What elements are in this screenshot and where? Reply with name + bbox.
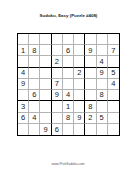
sudoku-cell-r5c9: 4 [108, 79, 119, 90]
sudoku-cell-r5c4: 7 [52, 79, 63, 90]
sudoku-cell-r5c3 [40, 79, 51, 90]
sudoku-cell-r7c9 [108, 101, 119, 112]
printable-sudoku-page: Sudoku, Easy (Puzzle #408) 1869724429597… [0, 0, 136, 176]
sudoku-cell-r8c6: 9 [74, 113, 85, 124]
sudoku-cell-r3c2 [29, 56, 40, 67]
sudoku-cell-r9c1 [18, 124, 29, 135]
sudoku-cell-r4c1: 4 [18, 68, 29, 79]
sudoku-cell-r6c6 [74, 90, 85, 101]
sudoku-cell-r6c9 [108, 90, 119, 101]
sudoku-cell-r8c2: 4 [29, 113, 40, 124]
sudoku-cell-r5c6 [74, 79, 85, 90]
sudoku-cell-r2c2: 8 [29, 45, 40, 56]
sudoku-cell-r2c8 [97, 45, 108, 56]
sudoku-cell-r6c2: 6 [29, 90, 40, 101]
sudoku-cell-r8c1: 6 [18, 113, 29, 124]
sudoku-cell-r1c9 [108, 34, 119, 45]
sudoku-cell-r4c9: 5 [108, 68, 119, 79]
sudoku-cell-r2c7: 9 [85, 45, 96, 56]
sudoku-cell-r8c7: 2 [85, 113, 96, 124]
sudoku-cell-r7c8 [97, 101, 108, 112]
sudoku-cell-r4c2 [29, 68, 40, 79]
sudoku-cell-r7c6 [74, 101, 85, 112]
sudoku-cell-r3c7 [85, 56, 96, 67]
sudoku-cell-r1c5 [63, 34, 74, 45]
sudoku-cell-r3c6 [74, 56, 85, 67]
sudoku-cell-r3c5 [63, 56, 74, 67]
sudoku-cell-r4c8: 9 [97, 68, 108, 79]
sudoku-cell-r5c5 [63, 79, 74, 90]
sudoku-cell-r4c6: 2 [74, 68, 85, 79]
sudoku-cell-r1c2 [29, 34, 40, 45]
sudoku-cell-r3c3 [40, 56, 51, 67]
sudoku-cell-r8c5: 8 [63, 113, 74, 124]
sudoku-cell-r9c4: 6 [52, 124, 63, 135]
sudoku-cell-r6c8: 8 [97, 90, 108, 101]
sudoku-board: 18697244295974694831864892596 [17, 33, 120, 136]
sudoku-cell-r1c7 [85, 34, 96, 45]
sudoku-cell-r9c6 [74, 124, 85, 135]
sudoku-cell-r9c2 [29, 124, 40, 135]
sudoku-cell-r2c4 [52, 45, 63, 56]
sudoku-cell-r9c3: 9 [40, 124, 51, 135]
sudoku-cell-r9c8 [97, 124, 108, 135]
sudoku-cell-r2c1: 1 [18, 45, 29, 56]
sudoku-cell-r3c9 [108, 56, 119, 67]
sudoku-cell-r9c5 [63, 124, 74, 135]
sudoku-cell-r4c4 [52, 68, 63, 79]
sudoku-cell-r1c3 [40, 34, 51, 45]
sudoku-cell-r4c3 [40, 68, 51, 79]
sudoku-cell-r5c2 [29, 79, 40, 90]
sudoku-cell-r1c6 [74, 34, 85, 45]
sudoku-cell-r8c8: 5 [97, 113, 108, 124]
footer-url: www.PrintSudoku.com [51, 162, 84, 165]
sudoku-cell-r1c4 [52, 34, 63, 45]
sudoku-cell-r3c4: 2 [52, 56, 63, 67]
sudoku-cell-r9c9 [108, 124, 119, 135]
sudoku-cell-r6c3 [40, 90, 51, 101]
page-footer: www.PrintSudoku.com [0, 160, 136, 168]
page-title: Sudoku, Easy (Puzzle #408) [39, 13, 97, 18]
sudoku-cell-r7c7: 8 [85, 101, 96, 112]
sudoku-cell-r2c3 [40, 45, 51, 56]
sudoku-cell-r2c5: 6 [63, 45, 74, 56]
sudoku-cell-r3c8: 4 [97, 56, 108, 67]
page-header: Sudoku, Easy (Puzzle #408) [0, 10, 136, 20]
sudoku-cell-r2c6 [74, 45, 85, 56]
sudoku-cell-r1c1 [18, 34, 29, 45]
sudoku-cell-r5c7 [85, 79, 96, 90]
sudoku-cell-r8c9 [108, 113, 119, 124]
sudoku-cell-r1c8 [97, 34, 108, 45]
sudoku-cell-r7c1: 3 [18, 101, 29, 112]
sudoku-cell-r5c8 [97, 79, 108, 90]
sudoku-cell-r6c4: 9 [52, 90, 63, 101]
sudoku-cell-r4c5 [63, 68, 74, 79]
sudoku-cell-r3c1 [18, 56, 29, 67]
sudoku-cell-r7c4 [52, 101, 63, 112]
sudoku-cell-r7c3 [40, 101, 51, 112]
sudoku-cell-r6c1 [18, 90, 29, 101]
sudoku-cell-r6c7 [85, 90, 96, 101]
sudoku-cell-r7c5: 1 [63, 101, 74, 112]
sudoku-cell-r8c3 [40, 113, 51, 124]
sudoku-cell-r5c1: 9 [18, 79, 29, 90]
sudoku-cell-r9c7 [85, 124, 96, 135]
sudoku-cell-r8c4 [52, 113, 63, 124]
sudoku-cell-r4c7 [85, 68, 96, 79]
sudoku-cell-r2c9: 7 [108, 45, 119, 56]
sudoku-cell-r6c5: 4 [63, 90, 74, 101]
sudoku-cell-r7c2 [29, 101, 40, 112]
